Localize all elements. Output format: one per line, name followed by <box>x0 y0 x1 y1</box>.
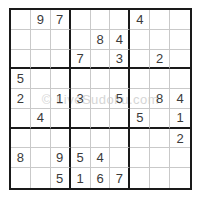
sudoku-cell-r5c5[interactable] <box>91 89 111 109</box>
sudoku-cell-r7c5[interactable] <box>91 129 111 149</box>
sudoku-cell-r2c1[interactable] <box>11 30 31 50</box>
sudoku-cell-r3c6[interactable]: 3 <box>110 50 130 70</box>
sudoku-cell-r1c7[interactable]: 4 <box>130 10 150 30</box>
sudoku-cell-r5c7[interactable] <box>130 89 150 109</box>
sudoku-cell-r5c8[interactable]: 8 <box>150 89 170 109</box>
sudoku-cell-r4c8[interactable] <box>150 69 170 89</box>
sudoku-cell-r3c8[interactable]: 2 <box>150 50 170 70</box>
sudoku-cell-r4c6[interactable] <box>110 69 130 89</box>
sudoku-cell-r1c6[interactable] <box>110 10 130 30</box>
sudoku-cell-r6c4[interactable] <box>71 109 91 129</box>
sudoku-cell-r8c3[interactable]: 9 <box>51 148 71 168</box>
sudoku-cell-r6c2[interactable]: 4 <box>31 109 51 129</box>
sudoku-cell-r4c4[interactable] <box>71 69 91 89</box>
sudoku-cell-r9c3[interactable]: 5 <box>51 168 71 188</box>
sudoku-cell-r2c9[interactable] <box>170 30 190 50</box>
sudoku-cell-r9c5[interactable]: 6 <box>91 168 111 188</box>
sudoku-cell-r2c8[interactable] <box>150 30 170 50</box>
sudoku-cell-r9c1[interactable] <box>11 168 31 188</box>
sudoku-cell-r8c4[interactable]: 5 <box>71 148 91 168</box>
sudoku-cell-r3c2[interactable] <box>31 50 51 70</box>
sudoku-cell-r7c2[interactable] <box>31 129 51 149</box>
sudoku-cell-r9c2[interactable] <box>31 168 51 188</box>
sudoku-cell-r1c2[interactable]: 9 <box>31 10 51 30</box>
sudoku-cell-r3c4[interactable]: 7 <box>71 50 91 70</box>
sudoku-cell-r1c3[interactable]: 7 <box>51 10 71 30</box>
sudoku-cell-r6c5[interactable] <box>91 109 111 129</box>
sudoku-cell-r5c2[interactable] <box>31 89 51 109</box>
sudoku-cell-r4c5[interactable] <box>91 69 111 89</box>
sudoku-cell-r7c1[interactable] <box>11 129 31 149</box>
sudoku-cell-r5c4[interactable]: 3 <box>71 89 91 109</box>
sudoku-cell-r8c5[interactable]: 4 <box>91 148 111 168</box>
sudoku-cell-r9c7[interactable] <box>130 168 150 188</box>
sudoku-cell-r7c6[interactable] <box>110 129 130 149</box>
sudoku-cell-r1c5[interactable] <box>91 10 111 30</box>
sudoku-cell-r6c8[interactable] <box>150 109 170 129</box>
sudoku-cell-r4c1[interactable]: 5 <box>11 69 31 89</box>
sudoku-cell-r7c9[interactable]: 2 <box>170 129 190 149</box>
sudoku-grid: 974847325213584451289545167 <box>11 10 190 188</box>
sudoku-cell-r9c8[interactable] <box>150 168 170 188</box>
sudoku-cell-r6c7[interactable]: 5 <box>130 109 150 129</box>
sudoku-cell-r3c1[interactable] <box>11 50 31 70</box>
sudoku-cell-r7c3[interactable] <box>51 129 71 149</box>
sudoku-cell-r5c6[interactable]: 5 <box>110 89 130 109</box>
sudoku-cell-r8c1[interactable]: 8 <box>11 148 31 168</box>
sudoku-cell-r5c1[interactable]: 2 <box>11 89 31 109</box>
sudoku-cell-r2c5[interactable]: 8 <box>91 30 111 50</box>
sudoku-cell-r1c8[interactable] <box>150 10 170 30</box>
sudoku-cell-r6c9[interactable]: 1 <box>170 109 190 129</box>
sudoku-cell-r6c6[interactable] <box>110 109 130 129</box>
sudoku-cell-r1c1[interactable] <box>11 10 31 30</box>
sudoku-cell-r6c3[interactable] <box>51 109 71 129</box>
sudoku-cell-r8c2[interactable] <box>31 148 51 168</box>
sudoku-cell-r9c6[interactable]: 7 <box>110 168 130 188</box>
sudoku-cell-r4c3[interactable] <box>51 69 71 89</box>
sudoku-cell-r8c6[interactable] <box>110 148 130 168</box>
sudoku-cell-r3c5[interactable] <box>91 50 111 70</box>
sudoku-cell-r9c4[interactable]: 1 <box>71 168 91 188</box>
sudoku-cell-r3c9[interactable] <box>170 50 190 70</box>
sudoku-cell-r4c9[interactable] <box>170 69 190 89</box>
sudoku-cell-r6c1[interactable] <box>11 109 31 129</box>
sudoku-cell-r7c7[interactable] <box>130 129 150 149</box>
sudoku-cell-r7c4[interactable] <box>71 129 91 149</box>
sudoku-cell-r2c3[interactable] <box>51 30 71 50</box>
sudoku-cell-r5c3[interactable]: 1 <box>51 89 71 109</box>
sudoku-cell-r9c9[interactable] <box>170 168 190 188</box>
sudoku-cell-r3c7[interactable] <box>130 50 150 70</box>
sudoku-cell-r8c7[interactable] <box>130 148 150 168</box>
sudoku-cell-r8c9[interactable] <box>170 148 190 168</box>
sudoku-board: © LiveSudoku.com 97484732521358445128954… <box>9 8 192 190</box>
sudoku-cell-r4c2[interactable] <box>31 69 51 89</box>
sudoku-cell-r5c9[interactable]: 4 <box>170 89 190 109</box>
sudoku-cell-r2c2[interactable] <box>31 30 51 50</box>
sudoku-cell-r8c8[interactable] <box>150 148 170 168</box>
sudoku-cell-r7c8[interactable] <box>150 129 170 149</box>
sudoku-cell-r2c4[interactable] <box>71 30 91 50</box>
sudoku-cell-r1c9[interactable] <box>170 10 190 30</box>
sudoku-cell-r2c6[interactable]: 4 <box>110 30 130 50</box>
sudoku-cell-r3c3[interactable] <box>51 50 71 70</box>
sudoku-cell-r4c7[interactable] <box>130 69 150 89</box>
sudoku-cell-r2c7[interactable] <box>130 30 150 50</box>
sudoku-cell-r1c4[interactable] <box>71 10 91 30</box>
